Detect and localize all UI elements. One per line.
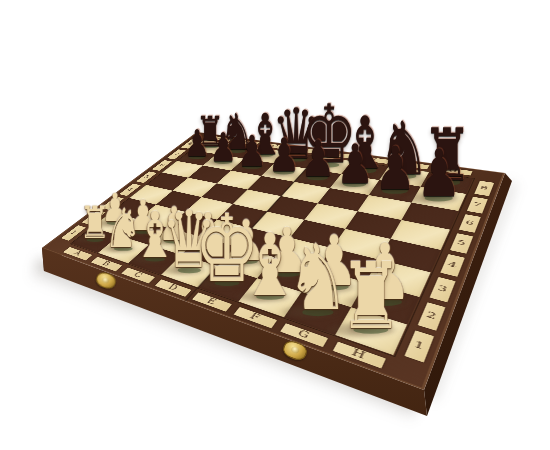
chess-set-photo: Wooden folding chess set with brass clas… xyxy=(0,0,550,450)
rook-glyph: ♜ xyxy=(339,249,404,341)
pawn-glyph: ♟ xyxy=(210,128,238,168)
pieces-layer: ♜♞♝♛♚♝♞♜♟♟♟♟♟♟♟♟♟♟♟♟♟♟♟♟♜♞♝♛♚♝♞♜ xyxy=(0,0,550,450)
pawn-glyph: ♟ xyxy=(237,130,267,173)
pawn-glyph: ♟ xyxy=(374,139,416,199)
pawn-glyph: ♟ xyxy=(300,134,335,184)
pawn-glyph: ♟ xyxy=(184,125,210,162)
pawn-glyph: ♟ xyxy=(268,132,300,178)
pawn-glyph: ♟ xyxy=(335,137,373,192)
pawn-glyph: ♟ xyxy=(416,141,462,207)
